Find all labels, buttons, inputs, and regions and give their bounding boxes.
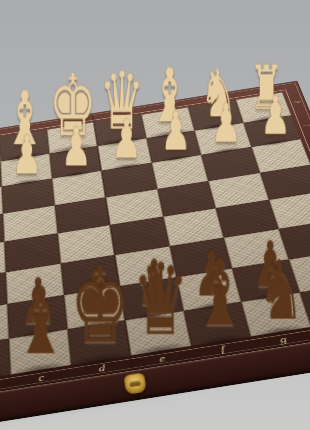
piece-dark-queen[interactable]: ♛ bbox=[132, 251, 188, 350]
piece-dark-knight[interactable]: ♞ bbox=[257, 249, 303, 331]
piece-dark-bishop[interactable]: ♝ bbox=[194, 248, 246, 340]
photo-scene: abcdefgh 87654321 ♜♞♝♚♛♝♞♜♟♟♟♟♟♟♟♟♟♟♟♟♟♟… bbox=[0, 0, 310, 430]
brass-clasp[interactable] bbox=[123, 372, 147, 395]
piece-dark-king[interactable]: ♚ bbox=[71, 253, 131, 358]
chess-board: abcdefgh 87654321 ♜♞♝♚♛♝♞♜♟♟♟♟♟♟♟♟♟♟♟♟♟♟… bbox=[0, 81, 310, 413]
piece-dark-bishop[interactable]: ♝ bbox=[14, 277, 66, 369]
piece-dark-knight[interactable]: ♞ bbox=[0, 296, 4, 378]
